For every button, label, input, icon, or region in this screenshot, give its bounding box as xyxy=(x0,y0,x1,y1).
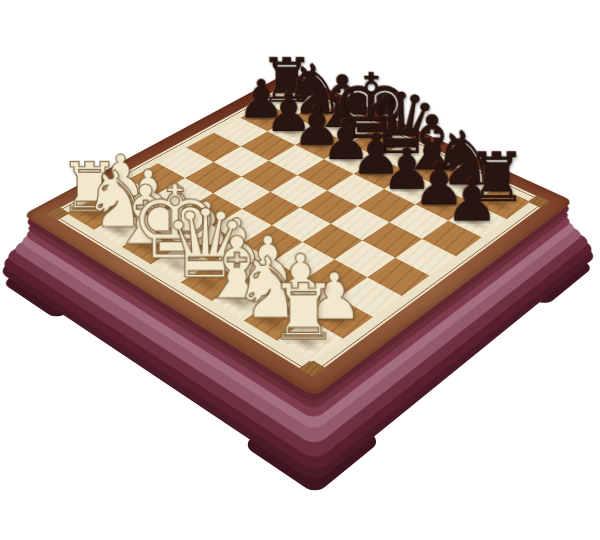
piece-glyph: ♟ xyxy=(446,171,499,230)
piece-glyph: ♜ xyxy=(269,274,338,351)
chess-photo-scene: ♜♞♝♚♛♝♞♜♟♟♟♟♟♟♟♟♟♟♟♟♟♟♟♟♜♞♝♚♛♝♞♜ xyxy=(0,0,600,540)
wooden-box: ♜♞♝♚♛♝♞♜♟♟♟♟♟♟♟♟♟♟♟♟♟♟♟♟♜♞♝♚♛♝♞♜ xyxy=(23,72,574,397)
